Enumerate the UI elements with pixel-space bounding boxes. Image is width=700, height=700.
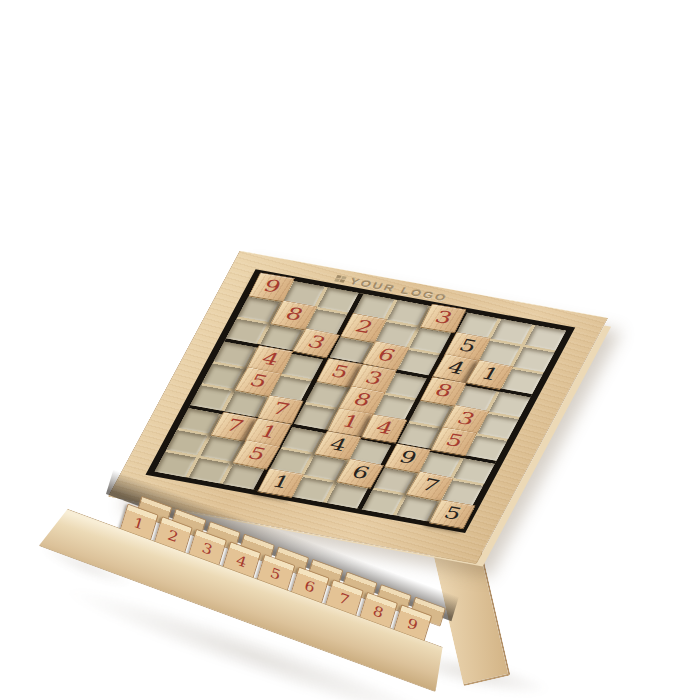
- cell-r6c6: 4: [362, 417, 403, 442]
- cell-r7c9: [454, 459, 495, 484]
- cell-r9c9: 5: [430, 502, 471, 527]
- cell-r1c6: 3: [421, 306, 462, 331]
- cell-r1c9: [525, 325, 566, 350]
- sudoku-board: YOUR LOGO 93825364145385837145714956715: [155, 275, 566, 527]
- cell-r2c9: [513, 347, 554, 372]
- product-photo-stage: YOUR LOGO 93825364145385837145714956715 …: [0, 0, 700, 700]
- cell-r3c3: 3: [294, 331, 335, 356]
- cell-r4c9: [489, 392, 530, 417]
- cell-r8c6: 6: [338, 461, 379, 486]
- cell-r8c3: 5: [234, 443, 275, 468]
- logo-mark-icon: [334, 275, 347, 283]
